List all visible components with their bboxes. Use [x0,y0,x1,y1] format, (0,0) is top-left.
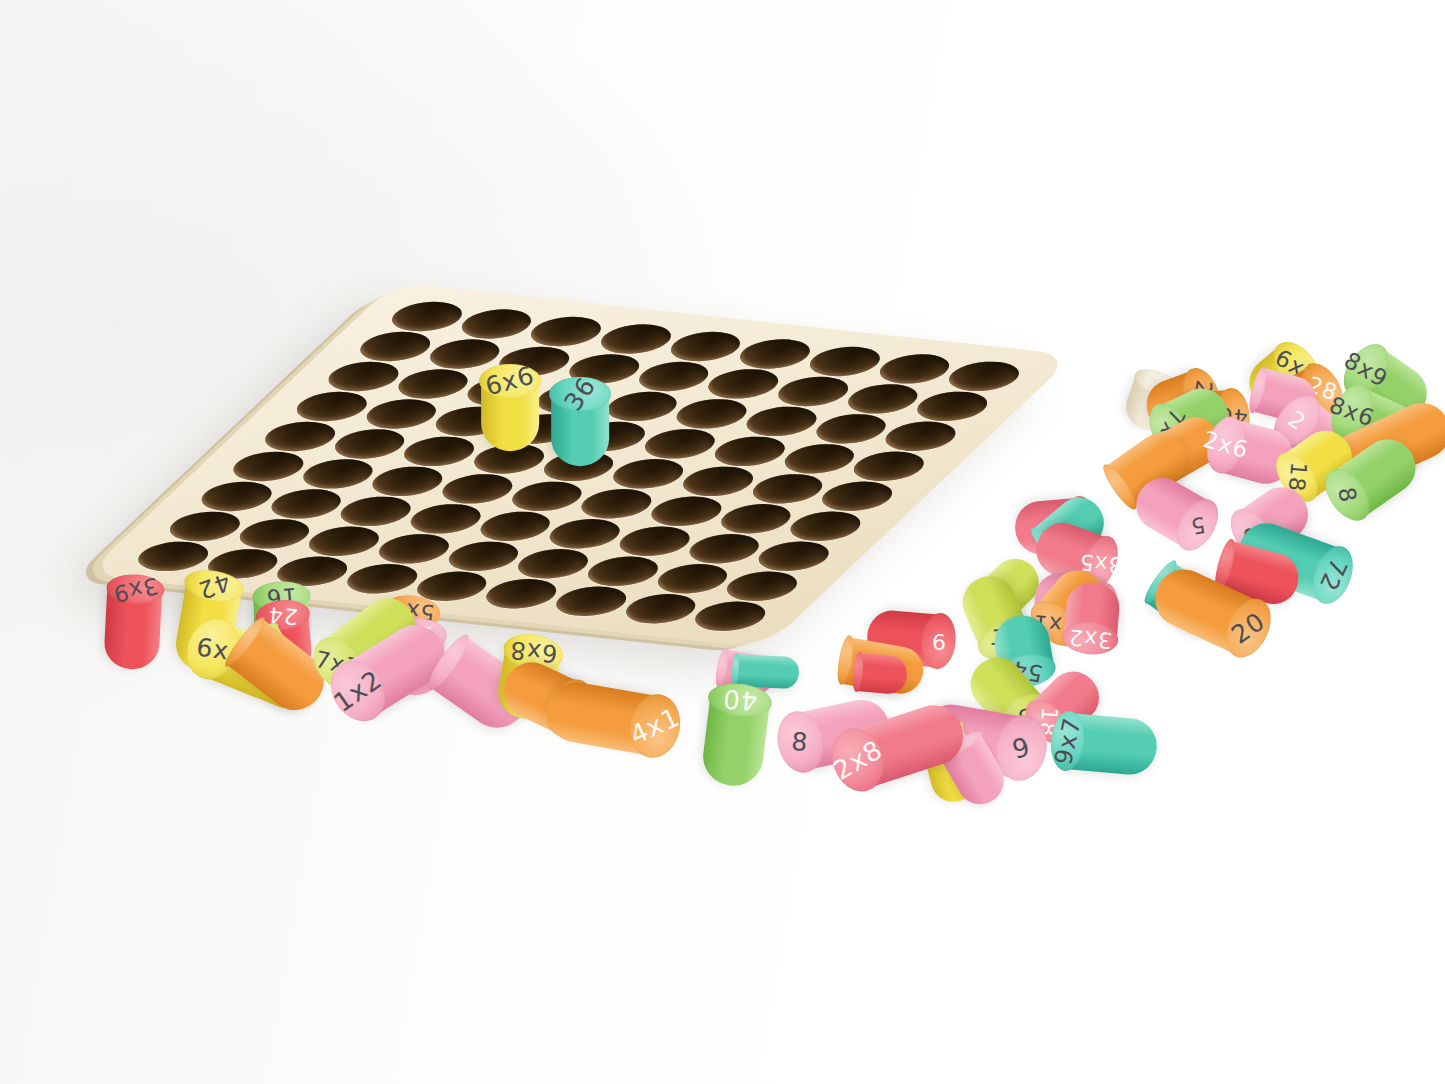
board-hole[interactable] [646,561,739,596]
board-hole[interactable] [450,306,543,341]
peg-face: 6x6 [479,364,541,398]
board-hole[interactable] [475,576,568,611]
board-hole[interactable] [779,509,872,544]
peg-label: 3x2 [1067,625,1113,651]
peg-label: 42 [195,569,234,603]
board-hole[interactable] [633,426,726,461]
board-hole[interactable] [589,321,682,356]
peg-label: 8 [1334,485,1359,504]
board-hole[interactable] [665,396,758,431]
peg-label: 4x1 [626,703,684,748]
board-hole[interactable] [836,381,929,416]
peg-label: 40 [721,686,758,715]
peg-label: 5 [1189,513,1208,537]
peg-label: 36 [560,373,600,415]
peg-label: 72 [1315,555,1351,595]
board-hole[interactable] [608,524,701,559]
board-hole[interactable] [735,404,828,439]
board-hole[interactable] [671,464,764,499]
board-hole[interactable] [298,524,391,559]
board-hole[interactable] [520,314,613,349]
board-hole[interactable] [798,344,891,379]
board-hole[interactable] [367,531,460,566]
board-hole[interactable] [703,434,796,469]
board-hole[interactable] [507,546,600,581]
board-hole[interactable] [387,366,480,401]
board-hole[interactable] [285,389,378,424]
board-hole[interactable] [437,539,530,574]
board-hole[interactable] [260,486,353,521]
board-hole[interactable] [291,456,384,491]
peg-label: 3x9 [110,573,160,605]
board-hole[interactable] [811,479,904,514]
board-hole[interactable] [323,426,416,461]
board-hole[interactable] [640,494,733,529]
peg-label: 20 [1227,608,1269,648]
board-hole[interactable] [697,366,790,401]
board-holes-grid [127,299,1031,634]
board-hole[interactable] [538,516,631,551]
board-hole[interactable] [158,509,251,544]
board-hole[interactable] [767,374,860,409]
board-hole[interactable] [399,501,492,536]
board-hole[interactable] [938,359,1031,394]
peg-label: 6x6 [483,363,537,400]
peg-label: 2x6 [1201,428,1251,462]
peg-label: 2x8 [829,736,887,784]
board-hole[interactable] [361,464,454,499]
board-hole[interactable] [253,419,346,454]
board-hole[interactable] [842,449,935,484]
board-hole[interactable] [500,479,593,514]
board-hole[interactable] [684,599,777,634]
board-hole[interactable] [741,471,834,506]
board-hole[interactable] [317,359,410,394]
board-hole[interactable] [355,396,448,431]
board-hole[interactable] [627,359,720,394]
board-hole[interactable] [659,329,752,364]
board-hole[interactable] [602,456,695,491]
board-hole[interactable] [336,561,429,596]
board-hole[interactable] [431,471,524,506]
peg-label: 8 [790,729,809,755]
photo-scene: 6x6366x28x928254028x67x42x68x81881258723… [0,0,1445,1084]
peg-face: 3x9 [105,573,164,605]
board-hole[interactable] [469,509,562,544]
board-hole[interactable] [716,569,809,604]
peg-label: 9 [931,630,946,652]
board-hole[interactable] [570,486,663,521]
board-hole[interactable] [545,584,638,619]
board-hole[interactable] [678,531,771,566]
board-hole[interactable] [747,539,840,574]
peg-label: 2 [1284,407,1310,435]
board-hole[interactable] [614,591,707,626]
board-hole[interactable] [349,329,442,364]
board-hole[interactable] [729,336,822,371]
peg-face: 36 [549,377,611,411]
peg-body [856,653,908,695]
board-hole[interactable] [228,516,321,551]
board-hole[interactable] [576,554,669,589]
board-hole[interactable] [380,299,473,334]
board-hole[interactable] [805,411,898,446]
board-hole[interactable] [329,494,422,529]
peg-label: 9 [1010,733,1034,763]
board-hole[interactable] [222,449,315,484]
board-hole[interactable] [874,419,967,454]
board-hole[interactable] [393,434,486,469]
board-hole[interactable] [709,501,802,536]
board-hole[interactable] [868,351,961,386]
board-hole[interactable] [773,441,866,476]
board-hole[interactable] [906,389,999,424]
board-hole[interactable] [190,479,283,514]
board-hole[interactable] [127,539,220,574]
peg-label: 9x7 [1050,715,1083,767]
